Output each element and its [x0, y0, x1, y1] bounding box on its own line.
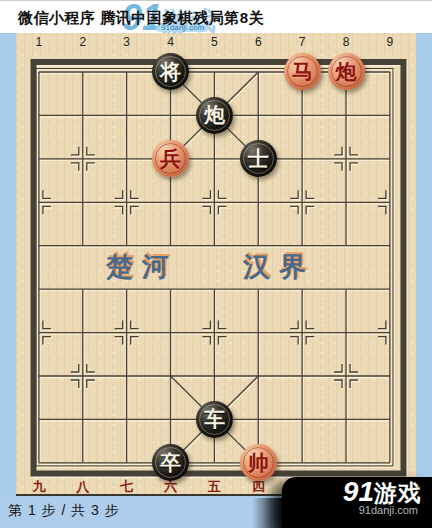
piece-black-general[interactable]: 将: [152, 53, 189, 90]
board-intersection[interactable]: [324, 137, 368, 180]
board-intersection[interactable]: [236, 267, 280, 310]
file-label-top: 9: [387, 35, 394, 49]
board-intersection[interactable]: [236, 180, 280, 223]
board-intersection[interactable]: [17, 441, 61, 484]
board-intersection[interactable]: [324, 180, 368, 223]
watermark-91games: 91 游戏 91danji.com: [282, 477, 432, 528]
board-intersection[interactable]: [17, 311, 61, 354]
board-intersection[interactable]: [105, 354, 149, 397]
board-intersection[interactable]: [280, 137, 324, 180]
app-window: 91游戏 91danji.com 微信小程序 腾讯中国象棋残局第8关 楚河 汉界…: [0, 0, 432, 528]
91-badge-text: 游戏: [374, 479, 422, 507]
board-intersection[interactable]: [280, 397, 324, 440]
piece-grid: 将马炮炮兵士车卒帅: [17, 50, 412, 484]
board-intersection[interactable]: [149, 311, 193, 354]
piece-black-soldier[interactable]: 卒: [152, 444, 189, 481]
file-label-top: 6: [255, 35, 262, 49]
piece-black-chariot[interactable]: 车: [196, 401, 233, 438]
board-intersection[interactable]: [105, 397, 149, 440]
board-intersection[interactable]: [236, 224, 280, 267]
piece-black-advisor[interactable]: 士: [240, 140, 277, 177]
board-intersection[interactable]: [236, 93, 280, 136]
board-intersection[interactable]: [193, 267, 237, 310]
board-intersection[interactable]: [17, 267, 61, 310]
board-intersection[interactable]: [368, 224, 412, 267]
board-intersection[interactable]: [324, 397, 368, 440]
file-label-top: 7: [299, 35, 306, 49]
piece-red-horse[interactable]: 马: [284, 53, 321, 90]
board-intersection[interactable]: 车: [193, 397, 237, 440]
board-intersection[interactable]: [236, 50, 280, 93]
board-intersection[interactable]: [61, 50, 105, 93]
board-intersection[interactable]: [368, 180, 412, 223]
board-intersection[interactable]: 帅: [236, 441, 280, 484]
file-label-top: 4: [167, 35, 174, 49]
board-intersection[interactable]: [61, 267, 105, 310]
board-intersection[interactable]: [149, 354, 193, 397]
move-counter: 第 1 步 / 共 3 步: [8, 502, 120, 520]
board-intersection[interactable]: [368, 311, 412, 354]
board-intersection[interactable]: 炮: [324, 50, 368, 93]
board-intersection[interactable]: [61, 180, 105, 223]
file-label-top: 1: [36, 35, 43, 49]
xiangqi-board: 楚河 汉界 123456789 九八七六五四三二一 将马炮炮兵士车卒帅: [0, 33, 432, 497]
board-intersection[interactable]: [280, 180, 324, 223]
board-intersection[interactable]: [280, 311, 324, 354]
board-intersection[interactable]: [105, 93, 149, 136]
board-intersection[interactable]: [236, 311, 280, 354]
board-intersection[interactable]: [17, 93, 61, 136]
board-intersection[interactable]: [105, 311, 149, 354]
board-intersection[interactable]: [17, 354, 61, 397]
board-intersection[interactable]: 炮: [193, 93, 237, 136]
board-intersection[interactable]: [61, 441, 105, 484]
board-intersection[interactable]: [61, 93, 105, 136]
board-intersection[interactable]: [61, 224, 105, 267]
board-intersection[interactable]: [193, 224, 237, 267]
board-intersection[interactable]: [193, 311, 237, 354]
board-intersection[interactable]: [236, 397, 280, 440]
board-intersection[interactable]: [61, 137, 105, 180]
board-intersection[interactable]: [105, 267, 149, 310]
file-label-top: 2: [79, 35, 86, 49]
91-badge-number: 91: [343, 478, 374, 506]
board-intersection[interactable]: [193, 441, 237, 484]
board-intersection[interactable]: [17, 224, 61, 267]
piece-red-soldier[interactable]: 兵: [152, 140, 189, 177]
board-intersection[interactable]: [280, 93, 324, 136]
board-intersection[interactable]: [149, 397, 193, 440]
board-intersection[interactable]: [368, 397, 412, 440]
piece-black-cannon[interactable]: 炮: [196, 97, 233, 134]
board-intersection[interactable]: [17, 397, 61, 440]
board-intersection[interactable]: [17, 180, 61, 223]
board-intersection[interactable]: [17, 137, 61, 180]
title-bar: 91游戏 91danji.com 微信小程序 腾讯中国象棋残局第8关: [0, 0, 432, 33]
board-intersection[interactable]: [149, 267, 193, 310]
board-intersection[interactable]: [368, 93, 412, 136]
board-intersection[interactable]: [105, 137, 149, 180]
board-intersection[interactable]: [105, 441, 149, 484]
board-intersection[interactable]: [17, 50, 61, 93]
board-intersection[interactable]: [149, 93, 193, 136]
board-intersection[interactable]: [280, 267, 324, 310]
file-label-top: 3: [123, 35, 130, 49]
board-intersection[interactable]: [193, 50, 237, 93]
board-intersection[interactable]: [61, 311, 105, 354]
piece-red-general[interactable]: 帅: [240, 444, 277, 481]
board-intersection[interactable]: 卒: [149, 441, 193, 484]
board-intersection[interactable]: [61, 354, 105, 397]
board-intersection[interactable]: [193, 137, 237, 180]
board-intersection[interactable]: [105, 180, 149, 223]
board-intersection[interactable]: [368, 354, 412, 397]
board-intersection[interactable]: [324, 93, 368, 136]
board-intersection[interactable]: [280, 224, 324, 267]
board-intersection[interactable]: [236, 354, 280, 397]
board-intersection[interactable]: [368, 50, 412, 93]
board-intersection[interactable]: [193, 354, 237, 397]
file-label-top: 5: [211, 35, 218, 49]
board-intersection[interactable]: [324, 267, 368, 310]
board-intersection[interactable]: [61, 397, 105, 440]
board-intersection[interactable]: 士: [236, 137, 280, 180]
page-title: 微信小程序 腾讯中国象棋残局第8关: [18, 9, 264, 28]
file-label-top: 8: [343, 35, 350, 49]
board-intersection[interactable]: [324, 311, 368, 354]
board-intersection[interactable]: [280, 354, 324, 397]
board-intersection[interactable]: [105, 50, 149, 93]
board-intersection[interactable]: [149, 180, 193, 223]
board-intersection[interactable]: [324, 354, 368, 397]
board-intersection[interactable]: 马: [280, 50, 324, 93]
board-intersection[interactable]: [368, 137, 412, 180]
board-intersection[interactable]: 兵: [149, 137, 193, 180]
board-intersection[interactable]: [324, 224, 368, 267]
piece-red-cannon[interactable]: 炮: [328, 53, 365, 90]
board-intersection[interactable]: [368, 267, 412, 310]
board-intersection[interactable]: [149, 224, 193, 267]
board-intersection[interactable]: 将: [149, 50, 193, 93]
board-intersection[interactable]: [105, 224, 149, 267]
91games-logo: 91 游戏: [282, 477, 432, 507]
board-intersection[interactable]: [193, 180, 237, 223]
